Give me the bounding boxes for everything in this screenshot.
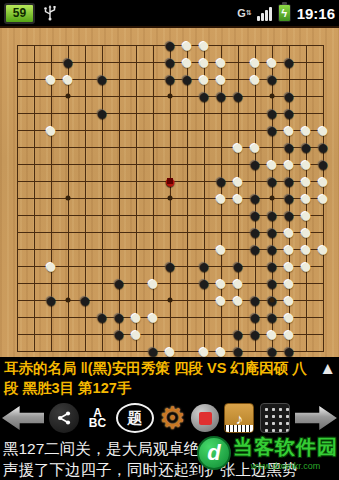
stone-black: ● (179, 71, 196, 88)
battery-charging-icon: ϟ (278, 4, 291, 22)
board-point[interactable] (315, 88, 332, 105)
stone-white: ● (43, 71, 60, 88)
collapse-panel-button[interactable]: ▲ (319, 360, 336, 377)
board-point[interactable]: ● (145, 309, 162, 326)
board-point[interactable] (128, 139, 145, 156)
board-point[interactable] (213, 207, 230, 224)
board-point[interactable] (9, 292, 26, 309)
board-point[interactable] (77, 241, 94, 258)
board-point[interactable] (213, 139, 230, 156)
stone-black: ● (264, 71, 281, 88)
board-point[interactable] (315, 37, 332, 54)
phone-screen: 59 G⇅ ϟ 19:16 ●●●●●● (0, 0, 339, 480)
board-point[interactable] (179, 326, 196, 343)
stop-button[interactable] (191, 404, 219, 432)
board-point[interactable] (179, 275, 196, 292)
board-point[interactable]: ● (298, 258, 315, 275)
signal-strength-icon (257, 6, 272, 21)
board-point[interactable] (298, 292, 315, 309)
board-point[interactable] (213, 105, 230, 122)
board-point[interactable]: ● (94, 105, 111, 122)
board-point[interactable] (94, 173, 111, 190)
next-move-button[interactable] (295, 406, 337, 430)
board-point[interactable] (77, 37, 94, 54)
board-point[interactable] (111, 241, 128, 258)
stone-black: ● (162, 71, 179, 88)
stone-black: ● (196, 275, 213, 292)
board-point[interactable] (179, 122, 196, 139)
board-point[interactable]: ● (230, 88, 247, 105)
board-point[interactable] (111, 156, 128, 173)
board-point[interactable] (77, 309, 94, 326)
board-point[interactable] (128, 71, 145, 88)
board-point[interactable] (9, 88, 26, 105)
board-point[interactable] (128, 105, 145, 122)
board-point[interactable]: ● (213, 190, 230, 207)
board-point[interactable]: ● (264, 122, 281, 139)
board-point[interactable] (60, 258, 77, 275)
board-point[interactable] (60, 207, 77, 224)
board-point[interactable]: ● (43, 122, 60, 139)
board-point[interactable] (43, 326, 60, 343)
board-point[interactable] (162, 139, 179, 156)
star-point (270, 94, 275, 99)
board-point[interactable] (298, 275, 315, 292)
board-point[interactable] (145, 71, 162, 88)
board-point[interactable] (179, 173, 196, 190)
board-point[interactable] (111, 71, 128, 88)
keypad-button[interactable] (260, 403, 290, 433)
board-point[interactable] (111, 54, 128, 71)
stone-white: ● (230, 292, 247, 309)
stone-white: ● (230, 190, 247, 207)
stone-white: ● (247, 71, 264, 88)
board-point[interactable] (43, 139, 60, 156)
board-point[interactable] (94, 224, 111, 241)
board-point[interactable] (60, 275, 77, 292)
board-point[interactable]: ● (43, 71, 60, 88)
board-point[interactable] (315, 309, 332, 326)
usb-icon (43, 5, 57, 21)
stone-white: ● (315, 241, 332, 258)
board-point[interactable] (196, 190, 213, 207)
board-point[interactable] (60, 309, 77, 326)
board-point[interactable] (315, 275, 332, 292)
watermark: d 当客软件园 www.downkr.com (197, 434, 338, 471)
watermark-site-url: www.downkr.com (251, 461, 321, 471)
music-button[interactable]: ♪ (224, 403, 254, 433)
board-point[interactable] (26, 326, 43, 343)
star-point (270, 196, 275, 201)
board-point[interactable] (162, 309, 179, 326)
board-point[interactable]: ● (315, 241, 332, 258)
battery-percent-value: 59 (13, 6, 26, 20)
board-point[interactable] (179, 88, 196, 105)
board-point[interactable] (298, 54, 315, 71)
board-point[interactable] (162, 105, 179, 122)
board-point[interactable] (128, 190, 145, 207)
board-point[interactable]: ● (230, 292, 247, 309)
board-point[interactable] (128, 275, 145, 292)
board-point[interactable] (128, 54, 145, 71)
board-point[interactable] (315, 326, 332, 343)
board-point[interactable] (26, 207, 43, 224)
board-point[interactable]: ● (94, 71, 111, 88)
board-point[interactable] (77, 105, 94, 122)
board-point[interactable]: ● (230, 139, 247, 156)
board-point[interactable]: ● (247, 156, 264, 173)
stone-white: ● (43, 258, 60, 275)
board-point[interactable] (162, 224, 179, 241)
star-point (168, 94, 173, 99)
board-point[interactable] (9, 156, 26, 173)
board-point[interactable] (162, 275, 179, 292)
stone-black: ● (247, 156, 264, 173)
battery-percent-widget[interactable]: 59 (4, 3, 35, 24)
problem-mode-button[interactable]: 题 (116, 403, 154, 433)
board-point[interactable] (77, 122, 94, 139)
board-point[interactable] (111, 207, 128, 224)
stone-black: ● (230, 88, 247, 105)
network-type-icon: G⇅ (237, 8, 250, 18)
board-point[interactable] (77, 173, 94, 190)
board-point[interactable] (94, 207, 111, 224)
board-point[interactable] (9, 71, 26, 88)
board-point[interactable] (128, 37, 145, 54)
board-point[interactable] (26, 37, 43, 54)
stone-black: ● (94, 105, 111, 122)
board-point[interactable]: ● (213, 292, 230, 309)
board-point[interactable] (77, 139, 94, 156)
board-point[interactable] (77, 258, 94, 275)
stone-black: ● (264, 173, 281, 190)
board-point[interactable] (230, 37, 247, 54)
board-point[interactable] (43, 207, 60, 224)
board-point[interactable]: ● (162, 173, 179, 190)
board-point[interactable] (196, 122, 213, 139)
board-point[interactable]: ● (111, 326, 128, 343)
board-point[interactable] (26, 88, 43, 105)
share-button[interactable] (49, 403, 79, 433)
board-point[interactable] (94, 258, 111, 275)
board-point[interactable] (145, 224, 162, 241)
board-point[interactable] (9, 275, 26, 292)
board-point[interactable] (26, 122, 43, 139)
stone-black: ● (247, 326, 264, 343)
board-point[interactable] (230, 54, 247, 71)
star-point (168, 196, 173, 201)
board-point[interactable]: ● (60, 71, 77, 88)
board-point[interactable]: ● (264, 71, 281, 88)
board-point[interactable] (111, 139, 128, 156)
board-point[interactable] (315, 71, 332, 88)
board-point[interactable] (77, 54, 94, 71)
board-point[interactable] (162, 122, 179, 139)
status-bar-clock: 19:16 (297, 5, 335, 22)
board-point[interactable] (247, 258, 264, 275)
board-point[interactable] (9, 224, 26, 241)
board-point[interactable] (111, 173, 128, 190)
board-point[interactable]: ● (247, 241, 264, 258)
stone-white: ● (128, 326, 145, 343)
stone-white: ● (145, 309, 162, 326)
board-point[interactable] (145, 37, 162, 54)
board-point[interactable]: ● (77, 292, 94, 309)
board-point[interactable] (94, 156, 111, 173)
stone-black: ● (94, 71, 111, 88)
board-point[interactable] (179, 241, 196, 258)
board-point[interactable] (230, 105, 247, 122)
stop-icon (199, 412, 212, 425)
board-point[interactable] (298, 71, 315, 88)
status-bar-right: G⇅ ϟ 19:16 (237, 4, 335, 22)
stone-black: ● (43, 292, 60, 309)
board-point[interactable] (111, 105, 128, 122)
board-point[interactable]: ● (196, 275, 213, 292)
board-point[interactable] (128, 241, 145, 258)
board-point[interactable] (26, 309, 43, 326)
board-point[interactable] (196, 156, 213, 173)
board-point[interactable] (94, 37, 111, 54)
board-point[interactable] (94, 275, 111, 292)
board-point[interactable]: ● (43, 258, 60, 275)
board-point[interactable] (179, 224, 196, 241)
board-point[interactable] (111, 224, 128, 241)
board-point[interactable] (111, 190, 128, 207)
stone-white: ● (43, 122, 60, 139)
board-point[interactable]: ● (213, 241, 230, 258)
board-point[interactable] (179, 309, 196, 326)
board-point[interactable] (9, 139, 26, 156)
board-point[interactable] (77, 88, 94, 105)
board-point[interactable] (145, 173, 162, 190)
game-caption: 耳赤的名局 ‖(黑)安田秀策 四段 VS 幻庵因硕 八段 黑胜3目 第127手 … (0, 357, 339, 399)
board-point[interactable] (196, 292, 213, 309)
board-point[interactable] (298, 326, 315, 343)
board-point[interactable]: ● (94, 309, 111, 326)
board-point[interactable] (43, 88, 60, 105)
board-point[interactable] (315, 207, 332, 224)
board-point[interactable] (60, 105, 77, 122)
board-point[interactable] (298, 88, 315, 105)
board-point[interactable] (128, 224, 145, 241)
board-point[interactable] (26, 190, 43, 207)
board-point[interactable] (26, 173, 43, 190)
board-point[interactable] (9, 309, 26, 326)
board-point[interactable] (60, 326, 77, 343)
board-point[interactable] (60, 173, 77, 190)
board-point[interactable] (43, 37, 60, 54)
board-point[interactable] (9, 207, 26, 224)
board-point[interactable] (179, 258, 196, 275)
music-note-icon: ♪ (236, 410, 244, 427)
coordinates-button[interactable]: A BC (85, 408, 111, 428)
board-point[interactable] (179, 292, 196, 309)
stone-white: ● (213, 241, 230, 258)
board-point[interactable] (145, 54, 162, 71)
board-point[interactable] (145, 190, 162, 207)
star-point (270, 298, 275, 303)
board-point[interactable] (9, 190, 26, 207)
toolbar: A BC 题 ⚙ ♪ (0, 399, 339, 437)
board-point[interactable] (196, 105, 213, 122)
board-point[interactable] (179, 105, 196, 122)
board-point[interactable] (26, 224, 43, 241)
board-point[interactable] (179, 139, 196, 156)
board-point[interactable]: ● (264, 173, 281, 190)
board-point[interactable] (213, 309, 230, 326)
watermark-site-name: 当客软件园 (233, 434, 338, 461)
stone-black: ● (94, 309, 111, 326)
board-point[interactable]: ● (145, 275, 162, 292)
stone-black: ● (247, 241, 264, 258)
board-point[interactable] (77, 224, 94, 241)
star-point (168, 298, 173, 303)
board-point[interactable] (247, 105, 264, 122)
board-point[interactable] (43, 173, 60, 190)
board-point[interactable] (43, 190, 60, 207)
stone-black: ● (281, 54, 298, 71)
stone-white: ● (230, 139, 247, 156)
board-point[interactable]: ● (230, 190, 247, 207)
board-point[interactable] (196, 173, 213, 190)
board-point[interactable]: ● (213, 88, 230, 105)
board-point[interactable] (9, 37, 26, 54)
board-point[interactable] (145, 241, 162, 258)
board-point[interactable] (94, 190, 111, 207)
board-point[interactable] (60, 224, 77, 241)
board-point[interactable] (213, 122, 230, 139)
board-point[interactable] (43, 224, 60, 241)
board-point[interactable] (247, 88, 264, 105)
board-point[interactable] (9, 173, 26, 190)
last-move-marker (167, 178, 173, 184)
board-point[interactable] (298, 37, 315, 54)
board-point[interactable] (196, 309, 213, 326)
board-point[interactable]: ● (43, 292, 60, 309)
board-point[interactable] (77, 326, 94, 343)
board-point[interactable] (145, 156, 162, 173)
board-point[interactable] (315, 292, 332, 309)
board-point[interactable]: ● (162, 71, 179, 88)
board-point[interactable] (26, 54, 43, 71)
board-point[interactable] (162, 207, 179, 224)
board-point[interactable] (145, 207, 162, 224)
board-point[interactable] (9, 122, 26, 139)
board-point[interactable] (230, 207, 247, 224)
board-point[interactable] (298, 309, 315, 326)
status-bar: 59 G⇅ ϟ 19:16 (0, 0, 339, 26)
board-point[interactable] (77, 207, 94, 224)
stone-white: ● (315, 190, 332, 207)
board-point[interactable] (145, 105, 162, 122)
board-point[interactable]: ● (281, 54, 298, 71)
board-point[interactable]: ● (315, 190, 332, 207)
star-point (66, 196, 71, 201)
board-point[interactable] (196, 139, 213, 156)
board-point[interactable]: ● (196, 88, 213, 105)
board-point[interactable] (128, 88, 145, 105)
share-icon (56, 410, 72, 426)
stone-black: ● (77, 292, 94, 309)
board-point[interactable] (128, 173, 145, 190)
board-point[interactable] (77, 71, 94, 88)
star-point (66, 298, 71, 303)
board-point[interactable] (26, 156, 43, 173)
board-point[interactable] (111, 88, 128, 105)
board-point[interactable] (315, 54, 332, 71)
stone-marked-red: ● (162, 173, 179, 190)
board-point[interactable]: ● (179, 71, 196, 88)
board-point[interactable] (94, 122, 111, 139)
board-point[interactable] (179, 207, 196, 224)
board-point[interactable] (145, 122, 162, 139)
board-point[interactable] (9, 54, 26, 71)
board-point[interactable]: ● (111, 275, 128, 292)
board-point[interactable] (179, 190, 196, 207)
board-point[interactable] (9, 105, 26, 122)
board-point[interactable] (145, 139, 162, 156)
board-point[interactable] (26, 292, 43, 309)
board-point[interactable] (145, 88, 162, 105)
board-point[interactable] (128, 258, 145, 275)
board-point[interactable] (230, 224, 247, 241)
stone-white: ● (298, 258, 315, 275)
stone-black: ● (264, 122, 281, 139)
board-point[interactable] (26, 258, 43, 275)
board-point[interactable] (60, 139, 77, 156)
board-point[interactable] (43, 309, 60, 326)
board-point[interactable] (26, 71, 43, 88)
board-point[interactable] (128, 122, 145, 139)
stone-black: ● (196, 88, 213, 105)
board-point[interactable] (94, 326, 111, 343)
board-point[interactable] (43, 156, 60, 173)
board-point[interactable] (9, 241, 26, 258)
board-point[interactable] (26, 241, 43, 258)
board-point[interactable] (179, 156, 196, 173)
stone-black: ● (111, 275, 128, 292)
board-point[interactable] (26, 105, 43, 122)
game-caption-text: 耳赤的名局 ‖(黑)安田秀策 四段 VS 幻庵因硕 八段 黑胜3目 第127手 (4, 360, 307, 396)
board-point[interactable] (9, 258, 26, 275)
board-point[interactable] (94, 139, 111, 156)
board-point[interactable] (94, 241, 111, 258)
board-point[interactable] (9, 326, 26, 343)
board-point[interactable]: ● (247, 71, 264, 88)
board-point[interactable] (315, 258, 332, 275)
board-point[interactable] (111, 122, 128, 139)
board-point[interactable]: ● (162, 258, 179, 275)
previous-move-button[interactable] (2, 406, 44, 430)
board-point[interactable] (77, 190, 94, 207)
board-point[interactable] (60, 156, 77, 173)
board-point[interactable] (26, 139, 43, 156)
board-point[interactable]: ● (247, 326, 264, 343)
board-point[interactable] (60, 122, 77, 139)
board-point[interactable] (111, 37, 128, 54)
board-point[interactable] (128, 207, 145, 224)
board-point[interactable]: ● (128, 326, 145, 343)
board-point[interactable] (196, 207, 213, 224)
board-point[interactable] (77, 156, 94, 173)
board-point[interactable] (196, 224, 213, 241)
settings-button[interactable]: ⚙ (159, 403, 186, 433)
board-point[interactable] (128, 156, 145, 173)
board-point[interactable] (26, 275, 43, 292)
board-point[interactable] (60, 241, 77, 258)
go-board[interactable]: ●●●●●●●●●●●●●●●●●●●●●●●●●●●●●●●●●●●●●●●●… (0, 26, 339, 357)
